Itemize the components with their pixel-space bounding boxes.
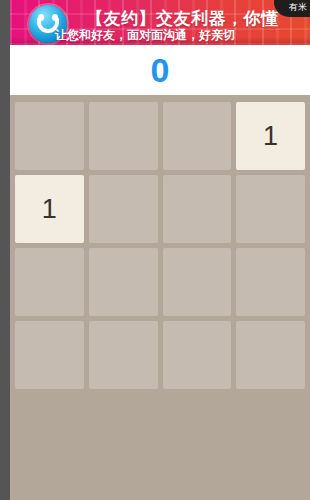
ad-banner[interactable]: 【友约】交友利器，你懂 让您和好友，面对面沟通，好亲切 有米 <box>10 0 310 45</box>
cell-r0c2 <box>163 102 232 170</box>
cell-r1c3 <box>236 175 305 243</box>
cell-r3c1 <box>89 321 158 389</box>
ad-network-badge[interactable]: 有米 <box>274 0 310 17</box>
cell-r1c1 <box>89 175 158 243</box>
score-value: 0 <box>151 51 170 90</box>
cell-r2c1 <box>89 248 158 316</box>
game-board[interactable]: 1 1 0 <box>10 95 310 500</box>
cell-r0c3: 1 <box>236 102 305 170</box>
cell-r0c0 <box>15 102 84 170</box>
cell-r1c2 <box>163 175 232 243</box>
cell-r3c0 <box>15 321 84 389</box>
cell-r0c1 <box>89 102 158 170</box>
cell-r3c3 <box>236 321 305 389</box>
tile-grid: 1 1 <box>15 102 305 389</box>
ad-subtitle: 让您和好友，面对面沟通，好亲切 <box>55 27 235 44</box>
cell-r1c0: 1 <box>15 175 84 243</box>
cell-r3c2 <box>163 321 232 389</box>
score-bar: 0 <box>10 45 310 95</box>
cell-r2c0 <box>15 248 84 316</box>
cell-r2c3 <box>236 248 305 316</box>
app-screen: 【友约】交友利器，你懂 让您和好友，面对面沟通，好亲切 有米 0 1 1 <box>10 0 310 500</box>
cell-r2c2 <box>163 248 232 316</box>
